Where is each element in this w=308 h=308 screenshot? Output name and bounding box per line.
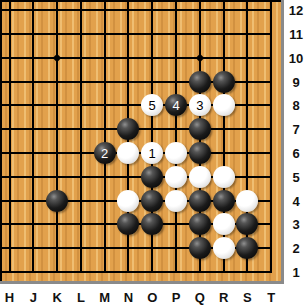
stone-white[interactable]	[213, 166, 235, 188]
row-label: 1	[292, 265, 299, 280]
column-label: T	[267, 290, 275, 305]
stone-move-number: 2	[101, 147, 108, 160]
stone-black[interactable]	[117, 118, 139, 140]
stone-black[interactable]	[46, 190, 68, 212]
row-label: 10	[289, 50, 303, 65]
stone-black-move-4[interactable]: 4	[165, 94, 187, 116]
row-label: 11	[289, 27, 303, 42]
row-label: 2	[292, 241, 299, 256]
stone-move-number: 5	[149, 99, 156, 112]
star-point	[53, 54, 61, 62]
stone-white[interactable]	[213, 94, 235, 116]
row-label: 9	[292, 74, 299, 89]
grid-line-vertical	[175, 0, 177, 273]
column-label: N	[124, 290, 133, 305]
row-label: 7	[292, 122, 299, 137]
column-label: R	[219, 290, 228, 305]
stone-white[interactable]	[165, 166, 187, 188]
row-label: 12	[289, 3, 303, 18]
column-label: S	[243, 290, 252, 305]
stone-white-move-3[interactable]: 3	[189, 94, 211, 116]
grid-line-vertical	[9, 0, 11, 273]
board-clip-edge-top	[0, 0, 281, 2]
column-label: K	[52, 290, 61, 305]
grid-line-vertical	[270, 0, 272, 273]
stone-black[interactable]	[141, 213, 163, 235]
board-clip-edge-left	[0, 0, 2, 281]
go-app-viewport: 24153HJKLMNOPQRST123456789101112	[0, 0, 308, 308]
stone-move-number: 4	[172, 99, 179, 112]
board-layer: 24153HJKLMNOPQRST123456789101112	[0, 0, 308, 308]
stone-black[interactable]	[189, 142, 211, 164]
stone-black[interactable]	[117, 213, 139, 235]
row-label: 3	[292, 217, 299, 232]
stone-white-move-1[interactable]: 1	[141, 142, 163, 164]
stone-black[interactable]	[141, 166, 163, 188]
stone-white[interactable]	[165, 142, 187, 164]
grid-line-horizontal	[0, 9, 272, 11]
stone-white[interactable]	[117, 190, 139, 212]
row-label: 5	[292, 169, 299, 184]
column-label: O	[147, 290, 157, 305]
grid-line-vertical	[80, 0, 82, 273]
grid-line-horizontal	[0, 33, 272, 35]
stone-white[interactable]	[117, 142, 139, 164]
stone-black[interactable]	[189, 71, 211, 93]
stone-black[interactable]	[236, 213, 258, 235]
column-label: M	[99, 290, 110, 305]
stone-black[interactable]	[213, 71, 235, 93]
column-label: P	[172, 290, 181, 305]
grid-line-horizontal	[0, 271, 272, 273]
grid-line-vertical	[104, 0, 106, 273]
column-label: J	[30, 290, 37, 305]
column-label: Q	[195, 290, 205, 305]
stone-white[interactable]	[213, 213, 235, 235]
star-point	[196, 54, 204, 62]
stone-move-number: 1	[149, 147, 156, 160]
grid-line-vertical	[32, 0, 34, 273]
row-label: 4	[292, 193, 299, 208]
stone-white[interactable]	[189, 166, 211, 188]
column-label: H	[5, 290, 14, 305]
stone-black[interactable]	[213, 190, 235, 212]
row-label: 8	[292, 98, 299, 113]
stone-black[interactable]	[189, 190, 211, 212]
stone-white-move-5[interactable]: 5	[141, 94, 163, 116]
stone-black-move-2[interactable]: 2	[94, 142, 116, 164]
row-label: 6	[292, 146, 299, 161]
grid-line-vertical	[56, 0, 58, 273]
stone-black[interactable]	[141, 190, 163, 212]
stone-white[interactable]	[213, 237, 235, 259]
grid-line-horizontal	[0, 57, 272, 59]
stone-black[interactable]	[189, 237, 211, 259]
column-label: L	[77, 290, 85, 305]
stone-black[interactable]	[189, 118, 211, 140]
stone-black[interactable]	[236, 237, 258, 259]
stone-black[interactable]	[189, 213, 211, 235]
stone-white[interactable]	[236, 190, 258, 212]
stone-white[interactable]	[165, 190, 187, 212]
stone-move-number: 3	[196, 99, 203, 112]
